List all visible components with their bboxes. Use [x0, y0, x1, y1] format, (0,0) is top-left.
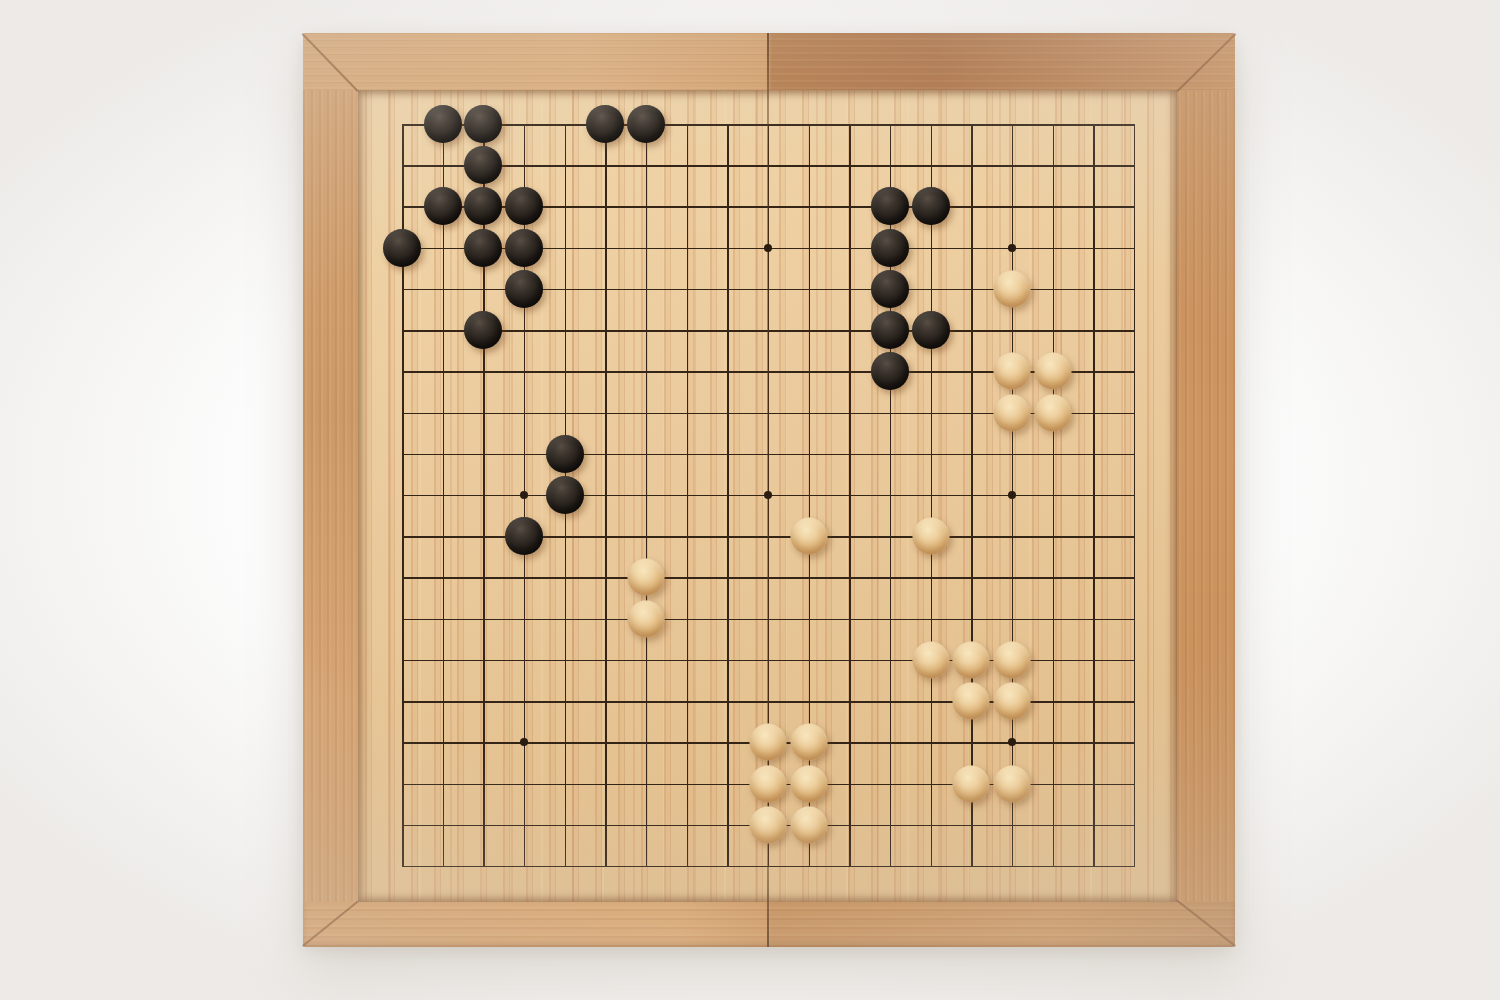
black-stone[interactable]	[871, 311, 909, 349]
black-stone[interactable]	[871, 352, 909, 390]
star-point	[520, 491, 528, 499]
black-stone[interactable]	[464, 146, 502, 184]
white-stone[interactable]	[628, 559, 665, 596]
go-board	[303, 33, 1235, 947]
white-stone[interactable]	[953, 641, 990, 678]
white-stone[interactable]	[750, 724, 787, 761]
white-stone[interactable]	[994, 683, 1031, 720]
black-stone[interactable]	[424, 105, 462, 143]
white-stone[interactable]	[994, 353, 1031, 390]
star-point	[520, 738, 528, 746]
star-point	[764, 491, 772, 499]
white-stone[interactable]	[790, 518, 827, 555]
black-stone[interactable]	[627, 105, 665, 143]
white-stone[interactable]	[912, 518, 949, 555]
white-stone[interactable]	[750, 765, 787, 802]
white-stone[interactable]	[953, 765, 990, 802]
white-stone[interactable]	[912, 641, 949, 678]
board-frame-left	[303, 90, 358, 902]
white-stone[interactable]	[994, 270, 1031, 307]
black-stone[interactable]	[871, 229, 909, 267]
black-stone[interactable]	[464, 105, 502, 143]
black-stone[interactable]	[464, 187, 502, 225]
white-stone[interactable]	[790, 765, 827, 802]
board-frame-right	[1177, 90, 1235, 902]
black-stone[interactable]	[546, 476, 584, 514]
star-point	[1008, 491, 1016, 499]
black-stone[interactable]	[505, 187, 543, 225]
black-stone[interactable]	[464, 311, 502, 349]
star-point	[1008, 244, 1016, 252]
black-stone[interactable]	[912, 187, 950, 225]
black-stone[interactable]	[586, 105, 624, 143]
star-point	[1008, 738, 1016, 746]
star-point	[764, 244, 772, 252]
white-stone[interactable]	[1034, 353, 1071, 390]
white-stone[interactable]	[953, 683, 990, 720]
photo-background	[0, 0, 1500, 1000]
black-stone[interactable]	[505, 517, 543, 555]
black-stone[interactable]	[912, 311, 950, 349]
black-stone[interactable]	[424, 187, 462, 225]
white-stone[interactable]	[750, 806, 787, 843]
white-stone[interactable]	[1034, 394, 1071, 431]
black-stone[interactable]	[505, 229, 543, 267]
black-stone[interactable]	[505, 270, 543, 308]
white-stone[interactable]	[994, 765, 1031, 802]
black-stone[interactable]	[546, 435, 584, 473]
black-stone[interactable]	[871, 187, 909, 225]
white-stone[interactable]	[994, 394, 1031, 431]
white-stone[interactable]	[790, 724, 827, 761]
white-stone[interactable]	[628, 600, 665, 637]
black-stone[interactable]	[383, 229, 421, 267]
white-stone[interactable]	[790, 806, 827, 843]
white-stone[interactable]	[994, 641, 1031, 678]
black-stone[interactable]	[871, 270, 909, 308]
black-stone[interactable]	[464, 229, 502, 267]
